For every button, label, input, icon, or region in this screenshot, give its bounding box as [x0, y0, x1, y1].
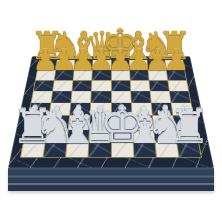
square-c6[interactable] [73, 80, 92, 91]
chess-box-front-face [8, 168, 214, 191]
square-d6[interactable] [92, 80, 111, 91]
silver-rook-h1[interactable]: ♜ [168, 103, 210, 150]
square-a6[interactable] [34, 80, 54, 91]
square-b6[interactable] [53, 80, 73, 91]
square-g6[interactable] [149, 80, 169, 91]
square-f6[interactable] [130, 80, 149, 91]
gold-pawn-h7[interactable]: ♟ [164, 46, 190, 75]
square-e6[interactable] [111, 80, 130, 91]
square-h6[interactable] [168, 80, 188, 91]
chess-set-photo: ♜♞♝♛♚♝♞♜♟♟♟♟♟♟♟♟♟♟♟♟♟♟♟♟♜♞♝♛♚♝♞♜ [0, 0, 222, 222]
